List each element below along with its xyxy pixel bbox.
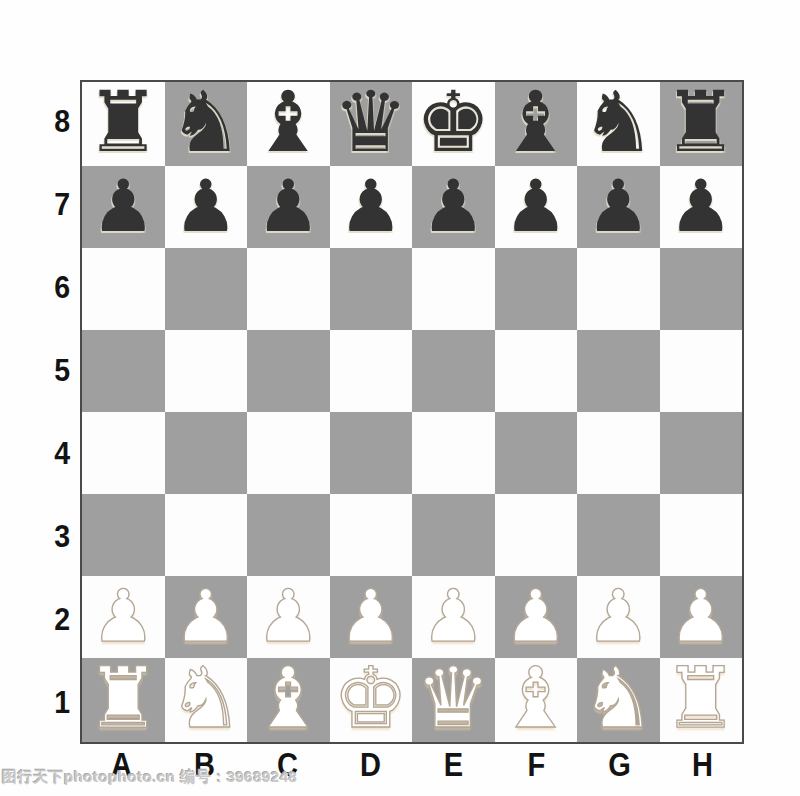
white-king-piece[interactable]: ♚: [333, 656, 408, 740]
white-rook-piece[interactable]: ♜: [663, 656, 738, 740]
square-e8[interactable]: ♚: [412, 82, 495, 166]
chess-diagram: 87654321 ♜♞♝♛♚♝♞♜♟♟♟♟♟♟♟♟♟♟♟♟♟♟♟♟♜♞♝♚♛♝♞…: [0, 0, 800, 796]
square-c7[interactable]: ♟: [247, 166, 330, 248]
file-label-h: H: [666, 744, 739, 786]
white-pawn-piece[interactable]: ♟: [91, 580, 156, 652]
rank-label-7: 7: [30, 163, 70, 246]
square-a6[interactable]: [82, 248, 165, 330]
square-a2[interactable]: ♟: [82, 576, 165, 658]
square-g8[interactable]: ♞: [577, 82, 660, 166]
square-h1[interactable]: ♜: [660, 658, 743, 742]
square-e1[interactable]: ♛: [412, 658, 495, 742]
square-f6[interactable]: [495, 248, 578, 330]
square-a5[interactable]: [82, 330, 165, 412]
white-pawn-piece[interactable]: ♟: [503, 580, 568, 652]
square-b4[interactable]: [165, 412, 248, 494]
square-a8[interactable]: ♜: [82, 82, 165, 166]
file-label-f: F: [500, 744, 573, 786]
square-c4[interactable]: [247, 412, 330, 494]
black-knight-piece[interactable]: ♞: [168, 80, 243, 164]
rank-label-6: 6: [30, 246, 70, 329]
black-king-piece[interactable]: ♚: [416, 80, 491, 164]
white-pawn-piece[interactable]: ♟: [173, 580, 238, 652]
black-knight-piece[interactable]: ♞: [581, 80, 656, 164]
square-b8[interactable]: ♞: [165, 82, 248, 166]
square-f7[interactable]: ♟: [495, 166, 578, 248]
white-bishop-piece[interactable]: ♝: [498, 656, 573, 740]
square-b3[interactable]: [165, 494, 248, 576]
chess-board: ♜♞♝♛♚♝♞♜♟♟♟♟♟♟♟♟♟♟♟♟♟♟♟♟♜♞♝♚♛♝♞♜: [80, 80, 744, 744]
rank-labels: 87654321: [28, 80, 72, 744]
rank-label-8: 8: [30, 80, 70, 163]
square-e3[interactable]: [412, 494, 495, 576]
square-h2[interactable]: ♟: [660, 576, 743, 658]
white-pawn-piece[interactable]: ♟: [586, 580, 651, 652]
square-a1[interactable]: ♜: [82, 658, 165, 742]
white-pawn-piece[interactable]: ♟: [338, 580, 403, 652]
rank-label-3: 3: [30, 495, 70, 578]
square-h5[interactable]: [660, 330, 743, 412]
square-g2[interactable]: ♟: [577, 576, 660, 658]
white-queen-piece[interactable]: ♛: [416, 656, 491, 740]
black-rook-piece[interactable]: ♜: [663, 80, 738, 164]
square-e5[interactable]: [412, 330, 495, 412]
square-g5[interactable]: [577, 330, 660, 412]
square-a4[interactable]: [82, 412, 165, 494]
square-g7[interactable]: ♟: [577, 166, 660, 248]
square-g6[interactable]: [577, 248, 660, 330]
square-c6[interactable]: [247, 248, 330, 330]
black-queen-piece[interactable]: ♛: [333, 80, 408, 164]
black-pawn-piece[interactable]: ♟: [421, 170, 486, 242]
file-label-d: D: [334, 744, 407, 786]
square-b6[interactable]: [165, 248, 248, 330]
square-d1[interactable]: ♚: [330, 658, 413, 742]
square-e6[interactable]: [412, 248, 495, 330]
black-pawn-piece[interactable]: ♟: [503, 170, 568, 242]
square-e4[interactable]: [412, 412, 495, 494]
rank-label-5: 5: [30, 329, 70, 412]
square-f4[interactable]: [495, 412, 578, 494]
square-d2[interactable]: ♟: [330, 576, 413, 658]
black-pawn-piece[interactable]: ♟: [668, 170, 733, 242]
square-b7[interactable]: ♟: [165, 166, 248, 248]
watermark-text: 图行天下photophoto.cn 编号：39689248: [2, 768, 297, 787]
square-g1[interactable]: ♞: [577, 658, 660, 742]
square-b2[interactable]: ♟: [165, 576, 248, 658]
black-pawn-piece[interactable]: ♟: [586, 170, 651, 242]
black-rook-piece[interactable]: ♜: [86, 80, 161, 164]
square-e2[interactable]: ♟: [412, 576, 495, 658]
white-knight-piece[interactable]: ♞: [581, 656, 656, 740]
square-h4[interactable]: [660, 412, 743, 494]
rank-label-2: 2: [30, 578, 70, 661]
square-f8[interactable]: ♝: [495, 82, 578, 166]
rank-label-4: 4: [30, 412, 70, 495]
square-f2[interactable]: ♟: [495, 576, 578, 658]
square-d4[interactable]: [330, 412, 413, 494]
square-b5[interactable]: [165, 330, 248, 412]
square-g3[interactable]: [577, 494, 660, 576]
black-pawn-piece[interactable]: ♟: [173, 170, 238, 242]
square-a7[interactable]: ♟: [82, 166, 165, 248]
square-d3[interactable]: [330, 494, 413, 576]
white-pawn-piece[interactable]: ♟: [421, 580, 486, 652]
square-c2[interactable]: ♟: [247, 576, 330, 658]
square-d8[interactable]: ♛: [330, 82, 413, 166]
black-bishop-piece[interactable]: ♝: [498, 80, 573, 164]
square-d5[interactable]: [330, 330, 413, 412]
square-b1[interactable]: ♞: [165, 658, 248, 742]
square-c5[interactable]: [247, 330, 330, 412]
square-g4[interactable]: [577, 412, 660, 494]
square-h6[interactable]: [660, 248, 743, 330]
square-c3[interactable]: [247, 494, 330, 576]
square-f3[interactable]: [495, 494, 578, 576]
white-bishop-piece[interactable]: ♝: [251, 656, 326, 740]
square-f5[interactable]: [495, 330, 578, 412]
black-pawn-piece[interactable]: ♟: [91, 170, 156, 242]
white-rook-piece[interactable]: ♜: [86, 656, 161, 740]
square-a3[interactable]: [82, 494, 165, 576]
square-h3[interactable]: [660, 494, 743, 576]
white-knight-piece[interactable]: ♞: [168, 656, 243, 740]
square-h8[interactable]: ♜: [660, 82, 743, 166]
square-f1[interactable]: ♝: [495, 658, 578, 742]
black-bishop-piece[interactable]: ♝: [251, 80, 326, 164]
white-pawn-piece[interactable]: ♟: [668, 580, 733, 652]
square-c8[interactable]: ♝: [247, 82, 330, 166]
file-label-e: E: [417, 744, 490, 786]
black-pawn-piece[interactable]: ♟: [338, 170, 403, 242]
square-d7[interactable]: ♟: [330, 166, 413, 248]
square-h7[interactable]: ♟: [660, 166, 743, 248]
white-pawn-piece[interactable]: ♟: [256, 580, 321, 652]
rank-label-1: 1: [30, 661, 70, 744]
square-c1[interactable]: ♝: [247, 658, 330, 742]
black-pawn-piece[interactable]: ♟: [256, 170, 321, 242]
file-label-g: G: [583, 744, 656, 786]
square-d6[interactable]: [330, 248, 413, 330]
square-e7[interactable]: ♟: [412, 166, 495, 248]
